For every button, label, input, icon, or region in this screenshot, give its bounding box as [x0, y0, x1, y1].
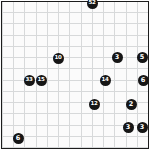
stone-5: 5 — [137, 52, 148, 63]
stone-52: 52 — [87, 0, 98, 9]
stone-12: 12 — [89, 99, 100, 110]
stone-3: 3 — [137, 122, 148, 133]
stone-2: 2 — [126, 99, 137, 110]
stone-6: 6 — [138, 75, 149, 86]
stone-6: 6 — [13, 133, 24, 144]
stone-33: 33 — [24, 75, 35, 86]
stone-15: 15 — [36, 75, 47, 86]
stone-14: 14 — [100, 75, 111, 86]
stone-3: 3 — [112, 52, 123, 63]
stone-10: 10 — [53, 53, 64, 64]
stone-3: 3 — [123, 122, 134, 133]
